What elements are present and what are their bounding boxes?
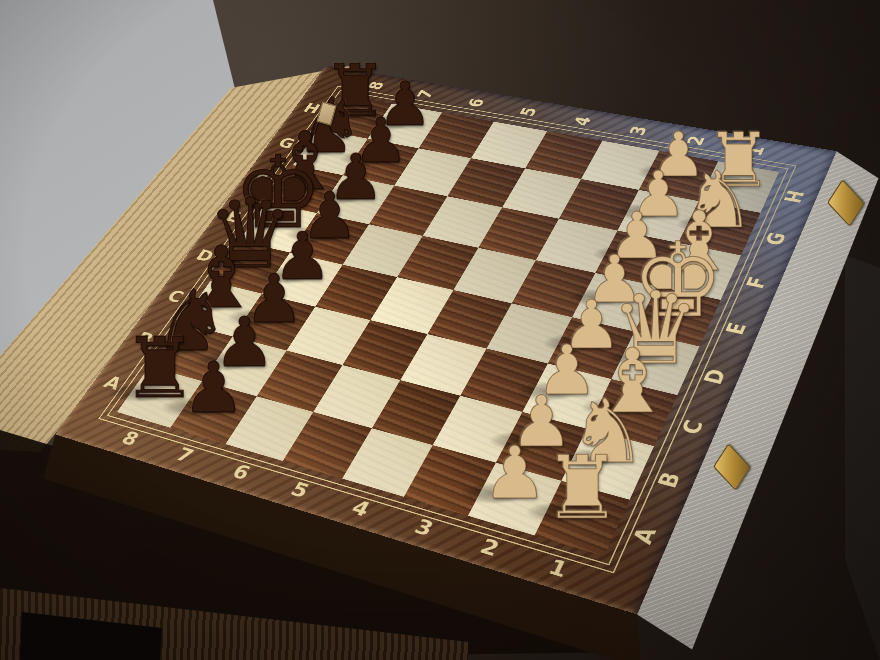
coord-file-g-bottom: G <box>763 231 790 247</box>
coord-file-f-bottom: F <box>743 275 770 290</box>
photo-scene: AA88BB77CC66DD55EE44FF33GG22HH11 ♜♟♞♟♟♜♝… <box>0 0 880 660</box>
coord-rank-2-left: 2 <box>477 536 503 560</box>
coord-file-d-top: D <box>193 248 217 265</box>
coord-rank-4-left: 4 <box>348 497 373 520</box>
coord-rank-8-left: 8 <box>118 429 142 449</box>
coord-rank-5-left: 5 <box>287 479 312 501</box>
coord-rank-3-right: 3 <box>627 125 651 137</box>
coord-rank-2-right: 2 <box>684 135 708 147</box>
coord-rank-7-right: 7 <box>415 89 437 100</box>
coord-rank-1-right: 1 <box>743 145 768 158</box>
coord-file-e-bottom: E <box>723 321 750 337</box>
coord-file-e-top: E <box>223 209 244 225</box>
coord-rank-7-left: 7 <box>172 445 196 466</box>
coord-file-h-top: H <box>301 102 323 116</box>
coord-file-c-bottom: C <box>679 418 708 437</box>
coord-file-d-bottom: D <box>701 367 730 386</box>
coord-rank-3-left: 3 <box>411 516 436 539</box>
coord-file-b-top: B <box>133 330 157 348</box>
coord-file-b-bottom: B <box>655 470 685 490</box>
coord-file-g-top: G <box>275 136 297 151</box>
coord-file-a-bottom: A <box>630 525 661 547</box>
coord-rank-5-right: 5 <box>517 106 540 118</box>
coord-file-c-top: C <box>164 288 187 305</box>
coord-file-h-bottom: H <box>782 189 809 205</box>
coord-rank-8-right: 8 <box>366 80 388 91</box>
coord-rank-4-right: 4 <box>571 115 595 127</box>
coord-rank-6-left: 6 <box>229 462 254 483</box>
coord-rank-1-left: 1 <box>545 556 571 581</box>
coord-file-f-top: F <box>250 172 270 187</box>
coord-rank-6-right: 6 <box>465 97 488 108</box>
coord-file-a-top: A <box>100 374 125 393</box>
